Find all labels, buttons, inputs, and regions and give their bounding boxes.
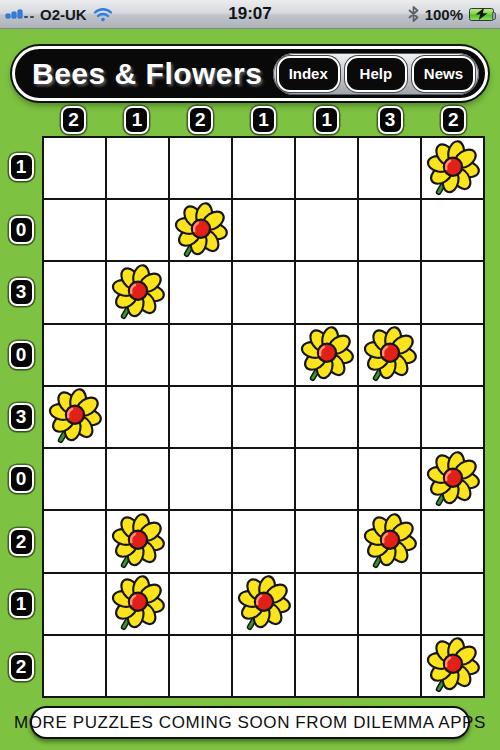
cell-r5c5[interactable] xyxy=(296,387,357,447)
cell-r2c1[interactable] xyxy=(44,200,105,260)
help-button[interactable]: Help xyxy=(345,56,407,92)
flower-icon xyxy=(172,202,229,259)
footer-banner: MORE PUZZLES COMING SOON FROM DILEMMA AP… xyxy=(30,706,470,739)
cell-r3c7[interactable] xyxy=(422,262,483,322)
row-clues: 103030212 xyxy=(0,136,42,698)
app-header: Bees & Flowers Index Help News xyxy=(12,46,488,101)
header-button-tray: Index Help News xyxy=(273,53,479,95)
status-bar-left: O2-UK xyxy=(6,6,113,23)
cell-r2c7[interactable] xyxy=(422,200,483,260)
cell-r1c2[interactable] xyxy=(107,138,168,198)
cell-r7c1[interactable] xyxy=(44,511,105,571)
cell-r5c2[interactable] xyxy=(107,387,168,447)
signal-bar xyxy=(6,14,10,18)
cell-r2c4[interactable] xyxy=(233,200,294,260)
row-clue-8: 1 xyxy=(9,590,34,618)
cell-r6c4[interactable] xyxy=(233,449,294,509)
row-clue-4: 0 xyxy=(9,341,34,369)
cell-r8c6[interactable] xyxy=(359,574,420,634)
cell-r4c1[interactable] xyxy=(44,325,105,385)
col-clue-7: 2 xyxy=(441,106,466,134)
flower-icon xyxy=(361,513,418,570)
cell-r2c3[interactable] xyxy=(170,200,231,260)
flower-icon xyxy=(424,140,481,197)
cell-r7c4[interactable] xyxy=(233,511,294,571)
flower-icon xyxy=(109,575,166,632)
column-clues: 2121132 xyxy=(42,103,485,136)
cell-r3c3[interactable] xyxy=(170,262,231,322)
cell-r8c2[interactable] xyxy=(107,574,168,634)
cell-r7c3[interactable] xyxy=(170,511,231,571)
cell-r3c5[interactable] xyxy=(296,262,357,322)
cell-r7c6[interactable] xyxy=(359,511,420,571)
cell-r3c2[interactable] xyxy=(107,262,168,322)
cell-r7c2[interactable] xyxy=(107,511,168,571)
cell-r9c7[interactable] xyxy=(422,636,483,696)
row-clue-7: 2 xyxy=(9,528,34,556)
col-clue-5: 1 xyxy=(314,106,339,134)
row-clue-1: 1 xyxy=(9,153,34,181)
row-clue-2: 0 xyxy=(9,216,34,244)
cell-r3c6[interactable] xyxy=(359,262,420,322)
battery-charging-icon xyxy=(469,8,494,21)
row-clue-6: 0 xyxy=(9,465,34,493)
cell-r9c2[interactable] xyxy=(107,636,168,696)
cell-r1c5[interactable] xyxy=(296,138,357,198)
cell-r1c4[interactable] xyxy=(233,138,294,198)
row-clue-9: 2 xyxy=(9,653,34,681)
cell-r1c6[interactable] xyxy=(359,138,420,198)
cell-r6c3[interactable] xyxy=(170,449,231,509)
cell-r8c4[interactable] xyxy=(233,574,294,634)
status-bar-right: 100% xyxy=(408,6,494,23)
signal-bar xyxy=(18,10,22,18)
flower-icon xyxy=(109,513,166,570)
col-clue-4: 1 xyxy=(251,106,276,134)
cell-r9c6[interactable] xyxy=(359,636,420,696)
flower-icon xyxy=(298,326,355,383)
app-title: Bees & Flowers xyxy=(32,57,262,91)
app-screen: O2-UK 19:07 100% Bees & Flowers Index xyxy=(0,0,500,750)
signal-bar-empty xyxy=(30,16,34,18)
cell-r6c6[interactable] xyxy=(359,449,420,509)
flower-icon xyxy=(424,451,481,508)
col-clue-3: 2 xyxy=(188,106,213,134)
cell-r3c4[interactable] xyxy=(233,262,294,322)
flower-icon xyxy=(361,326,418,383)
cell-r1c3[interactable] xyxy=(170,138,231,198)
cell-r5c3[interactable] xyxy=(170,387,231,447)
cell-r9c1[interactable] xyxy=(44,636,105,696)
cell-r5c7[interactable] xyxy=(422,387,483,447)
cell-r3c1[interactable] xyxy=(44,262,105,322)
cell-r9c3[interactable] xyxy=(170,636,231,696)
cell-r5c1[interactable] xyxy=(44,387,105,447)
cell-r7c5[interactable] xyxy=(296,511,357,571)
flower-icon xyxy=(235,575,292,632)
cell-r9c4[interactable] xyxy=(233,636,294,696)
cell-r5c4[interactable] xyxy=(233,387,294,447)
row-clue-3: 3 xyxy=(9,278,34,306)
news-button[interactable]: News xyxy=(412,56,475,92)
cell-r4c6[interactable] xyxy=(359,325,420,385)
cell-r4c3[interactable] xyxy=(170,325,231,385)
battery-percent-label: 100% xyxy=(425,6,463,23)
index-button[interactable]: Index xyxy=(277,56,340,92)
cell-r2c5[interactable] xyxy=(296,200,357,260)
flower-icon xyxy=(109,264,166,321)
cell-r5c6[interactable] xyxy=(359,387,420,447)
flower-icon xyxy=(424,637,481,694)
cell-r9c5[interactable] xyxy=(296,636,357,696)
puzzle-board xyxy=(42,136,485,698)
cell-r8c7[interactable] xyxy=(422,574,483,634)
cell-r6c1[interactable] xyxy=(44,449,105,509)
cell-r1c7[interactable] xyxy=(422,138,483,198)
cell-r6c7[interactable] xyxy=(422,449,483,509)
col-clue-6: 3 xyxy=(378,106,403,134)
cell-r6c2[interactable] xyxy=(107,449,168,509)
cell-r4c2[interactable] xyxy=(107,325,168,385)
cell-r6c5[interactable] xyxy=(296,449,357,509)
cell-r8c5[interactable] xyxy=(296,574,357,634)
wifi-icon xyxy=(93,7,113,22)
flower-icon xyxy=(46,388,103,445)
cell-r4c5[interactable] xyxy=(296,325,357,385)
cell-r8c3[interactable] xyxy=(170,574,231,634)
col-clue-1: 2 xyxy=(61,106,86,134)
cell-r8c1[interactable] xyxy=(44,574,105,634)
signal-strength-icon xyxy=(6,8,34,20)
row-clue-5: 3 xyxy=(9,403,34,431)
cell-r4c4[interactable] xyxy=(233,325,294,385)
cell-r1c1[interactable] xyxy=(44,138,105,198)
charging-bolt-icon xyxy=(473,8,490,20)
signal-bar xyxy=(12,12,16,18)
cell-r4c7[interactable] xyxy=(422,325,483,385)
carrier-label: O2-UK xyxy=(40,6,87,23)
col-clue-2: 1 xyxy=(124,106,149,134)
status-bar: O2-UK 19:07 100% xyxy=(0,0,500,29)
cell-r2c2[interactable] xyxy=(107,200,168,260)
cell-r7c7[interactable] xyxy=(422,511,483,571)
cell-r2c6[interactable] xyxy=(359,200,420,260)
signal-bar-empty xyxy=(24,16,28,18)
bluetooth-icon xyxy=(408,6,419,22)
